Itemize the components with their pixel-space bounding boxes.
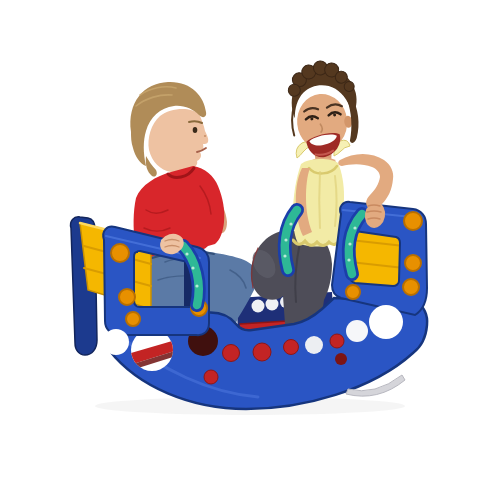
bow-through-hole-large [369, 305, 403, 339]
bow-through-hole-small [346, 320, 368, 342]
product-photo [0, 0, 480, 480]
scene-canvas [0, 0, 480, 480]
boy-nostril [204, 135, 206, 137]
stern-through-hole [103, 329, 129, 355]
porthole-dark-red [335, 353, 347, 365]
porthole-light [305, 336, 323, 354]
boy-eye [193, 127, 198, 133]
